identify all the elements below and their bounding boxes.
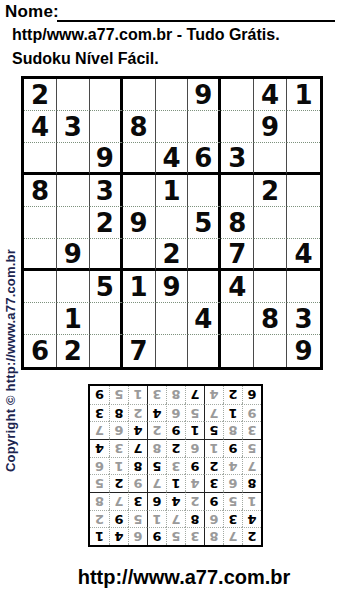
puzzle-cell: 1	[156, 175, 189, 207]
solution-cell: 5	[128, 510, 147, 528]
puzzle-cell	[123, 79, 156, 111]
solution-cell: 7	[185, 386, 204, 404]
puzzle-cell: 8	[24, 175, 57, 207]
puzzle-cell	[221, 303, 254, 335]
puzzle-cell: 8	[221, 207, 254, 239]
solution-cell: 1	[242, 492, 261, 510]
solution-cell: 1	[90, 527, 109, 545]
puzzle-level-title: Sudoku Nível Fácil.	[12, 50, 159, 68]
puzzle-cell	[57, 207, 90, 239]
puzzle-cell: 4	[287, 239, 320, 271]
puzzle-cell	[254, 271, 287, 303]
puzzle-cell	[123, 175, 156, 207]
solution-cell: 4	[223, 457, 242, 475]
puzzle-cell: 4	[188, 303, 221, 335]
solution-cell: 6	[204, 510, 223, 528]
solution-cell: 4	[109, 527, 128, 545]
solution-cell: 8	[185, 510, 204, 528]
solution-cell: 7	[109, 492, 128, 510]
solution-cell: 1	[204, 439, 223, 457]
solution-cell: 9	[128, 474, 147, 492]
puzzle-cell	[90, 335, 123, 367]
solution-cell: 1	[166, 474, 185, 492]
puzzle-cell	[287, 111, 320, 143]
puzzle-cell	[57, 175, 90, 207]
solution-cell: 6	[166, 404, 185, 422]
puzzle-cell	[188, 239, 221, 271]
puzzle-cell: 9	[57, 239, 90, 271]
puzzle-cell	[24, 239, 57, 271]
solution-cell: 6	[147, 492, 166, 510]
solution-cell: 6	[242, 386, 261, 404]
solution-cell: 6	[109, 421, 128, 439]
name-label: Nome:	[5, 2, 59, 22]
solution-cell: 5	[223, 492, 242, 510]
solution-cell: 2	[147, 421, 166, 439]
solution-cell: 8	[147, 439, 166, 457]
solution-cell: 9	[204, 492, 223, 510]
solution-cell: 4	[166, 492, 185, 510]
solution-cell: 1	[128, 386, 147, 404]
solution-cell: 3	[147, 386, 166, 404]
solution-cell: 8	[128, 457, 147, 475]
puzzle-cell	[57, 271, 90, 303]
puzzle-cell: 2	[57, 335, 90, 367]
solution-cell: 6	[185, 439, 204, 457]
solution-cell: 3	[109, 439, 128, 457]
solution-cell: 4	[204, 386, 223, 404]
solution-cell: 1	[223, 404, 242, 422]
puzzle-cell: 9	[90, 143, 123, 175]
solution-cell: 7	[204, 404, 223, 422]
puzzle-cell: 1	[57, 303, 90, 335]
footer-url: http://www.a77.com.br	[0, 566, 340, 589]
puzzle-cell: 3	[287, 303, 320, 335]
puzzle-cell: 4	[254, 79, 287, 111]
solution-cell: 3	[223, 510, 242, 528]
solution-cell: 8	[204, 527, 223, 545]
solution-cell: 3	[185, 527, 204, 545]
puzzle-cell	[221, 79, 254, 111]
puzzle-cell	[24, 207, 57, 239]
puzzle-cell	[123, 143, 156, 175]
puzzle-cell	[123, 303, 156, 335]
solution-cell: 6	[128, 527, 147, 545]
puzzle-cell	[254, 207, 287, 239]
solution-cell: 8	[242, 474, 261, 492]
puzzle-cell: 8	[123, 111, 156, 143]
puzzle-cell: 2	[24, 79, 57, 111]
solution-cell: 9	[223, 439, 242, 457]
solution-cell: 7	[223, 527, 242, 545]
puzzle-cell	[156, 111, 189, 143]
puzzle-cell: 1	[123, 271, 156, 303]
puzzle-cell: 1	[287, 79, 320, 111]
solution-cell: 2	[242, 527, 261, 545]
solution-cell: 2	[204, 457, 223, 475]
solution-cell: 2	[90, 510, 109, 528]
solution-cell: 3	[128, 492, 147, 510]
puzzle-cell	[90, 111, 123, 143]
solution-cell: 3	[242, 421, 261, 439]
puzzle-cell	[156, 335, 189, 367]
puzzle-cell: 2	[90, 207, 123, 239]
solution-cell: 3	[90, 404, 109, 422]
solution-cell: 8	[109, 404, 128, 422]
puzzle-cell: 3	[221, 143, 254, 175]
puzzle-cell	[254, 143, 287, 175]
puzzle-cell	[221, 111, 254, 143]
solution-cell: 3	[166, 457, 185, 475]
puzzle-cell: 9	[188, 79, 221, 111]
puzzle-cell: 6	[24, 335, 57, 367]
puzzle-cell	[57, 143, 90, 175]
puzzle-cell	[57, 79, 90, 111]
solution-cell: 9	[109, 510, 128, 528]
puzzle-cell	[90, 79, 123, 111]
solution-cell: 2	[128, 404, 147, 422]
solution-cell: 1	[109, 457, 128, 475]
solution-board-rotated: 2783596414368715921592463788634179257429…	[88, 384, 263, 547]
puzzle-cell	[287, 271, 320, 303]
puzzle-cell: 4	[221, 271, 254, 303]
puzzle-cell	[188, 175, 221, 207]
solution-cell: 3	[204, 474, 223, 492]
puzzle-cell	[90, 303, 123, 335]
puzzle-cell	[156, 303, 189, 335]
puzzle-cell	[123, 239, 156, 271]
solution-cell: 4	[90, 439, 109, 457]
solution-cell: 4	[147, 404, 166, 422]
puzzle-cell: 4	[24, 111, 57, 143]
solution-cell: 6	[90, 457, 109, 475]
solution-cell: 7	[128, 439, 147, 457]
solution-cell: 9	[90, 386, 109, 404]
puzzle-cell	[188, 335, 221, 367]
solution-cell: 2	[223, 386, 242, 404]
puzzle-cell	[24, 271, 57, 303]
solution-cell: 5	[109, 386, 128, 404]
puzzle-cell: 6	[188, 143, 221, 175]
name-blank-line	[57, 1, 335, 22]
solution-cell: 4	[128, 421, 147, 439]
sudoku-printout-page: Nome: http/www.a77.com.br - Tudo Grátis.…	[0, 0, 340, 596]
puzzle-cell: 9	[254, 111, 287, 143]
solution-cell: 2	[185, 492, 204, 510]
puzzle-cell	[156, 79, 189, 111]
solution-cell: 4	[242, 510, 261, 528]
solution-cell: 2	[166, 439, 185, 457]
puzzle-cell	[156, 207, 189, 239]
solution-cell: 9	[147, 527, 166, 545]
puzzle-cell: 9	[156, 271, 189, 303]
sudoku-board: 294143899463831229589274519414836279	[21, 76, 323, 370]
puzzle-cell	[287, 207, 320, 239]
puzzle-cell: 9	[287, 335, 320, 367]
solution-cell: 4	[185, 474, 204, 492]
puzzle-cell	[287, 143, 320, 175]
solution-cell: 1	[185, 421, 204, 439]
puzzle-cell: 4	[156, 143, 189, 175]
solution-cell: 2	[109, 474, 128, 492]
puzzle-cell	[287, 175, 320, 207]
puzzle-cell	[188, 271, 221, 303]
puzzle-cell: 8	[254, 303, 287, 335]
solution-cell: 8	[223, 421, 242, 439]
solution-cell: 8	[166, 386, 185, 404]
puzzle-cell: 5	[188, 207, 221, 239]
copyright-vertical-text: Copyright © http://www.a77.com.br	[3, 82, 18, 472]
solution-cell: 1	[147, 510, 166, 528]
puzzle-cell	[188, 111, 221, 143]
solution-cell: 5	[242, 439, 261, 457]
site-title: http/www.a77.com.br - Tudo Grátis.	[12, 26, 280, 44]
puzzle-cell	[24, 303, 57, 335]
solution-cell: 8	[90, 492, 109, 510]
puzzle-cell: 3	[57, 111, 90, 143]
solution-cell: 9	[166, 421, 185, 439]
solution-cell: 5	[185, 404, 204, 422]
solution-cell: 5	[166, 527, 185, 545]
puzzle-cell	[221, 175, 254, 207]
puzzle-cell: 2	[156, 239, 189, 271]
solution-cell: 9	[242, 404, 261, 422]
puzzle-cell	[254, 335, 287, 367]
puzzle-cell	[254, 239, 287, 271]
puzzle-cell: 7	[221, 239, 254, 271]
solution-cell: 5	[204, 421, 223, 439]
solution-cell: 9	[185, 457, 204, 475]
solution-cell: 7	[147, 474, 166, 492]
puzzle-cell: 9	[123, 207, 156, 239]
puzzle-cell: 7	[123, 335, 156, 367]
puzzle-cell	[221, 335, 254, 367]
puzzle-cell	[90, 239, 123, 271]
puzzle-cell	[24, 143, 57, 175]
puzzle-cell: 2	[254, 175, 287, 207]
solution-cell: 6	[223, 474, 242, 492]
solution-cell: 7	[90, 421, 109, 439]
solution-cell: 5	[90, 474, 109, 492]
puzzle-cell: 5	[90, 271, 123, 303]
puzzle-cell: 3	[90, 175, 123, 207]
solution-cell: 7	[166, 510, 185, 528]
solution-cell: 7	[242, 457, 261, 475]
solution-cell: 5	[147, 457, 166, 475]
